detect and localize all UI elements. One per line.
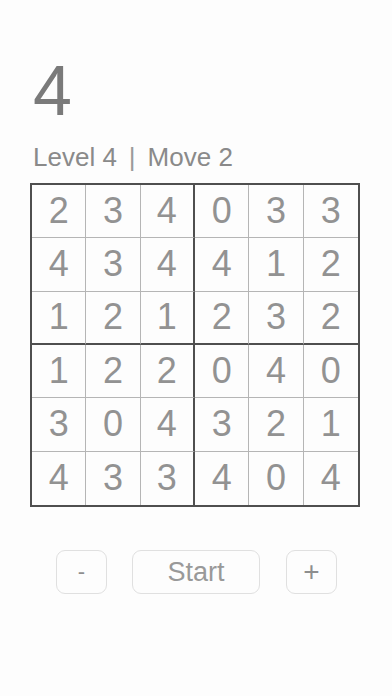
- grid-cell[interactable]: 4: [195, 238, 249, 291]
- grid-cell[interactable]: 3: [86, 185, 140, 238]
- grid-cell[interactable]: 4: [141, 185, 195, 238]
- grid-cell[interactable]: 0: [249, 452, 303, 505]
- grid-cell[interactable]: 3: [86, 238, 140, 291]
- grid-cell[interactable]: 4: [141, 238, 195, 291]
- grid-cell[interactable]: 3: [32, 398, 86, 451]
- grid-cell[interactable]: 2: [86, 292, 140, 345]
- grid-cell[interactable]: 0: [304, 345, 358, 398]
- grid-cell[interactable]: 4: [195, 452, 249, 505]
- grid-cell[interactable]: 0: [195, 185, 249, 238]
- grid-cell[interactable]: 4: [141, 398, 195, 451]
- grid-cell[interactable]: 2: [32, 185, 86, 238]
- grid-cell[interactable]: 2: [195, 292, 249, 345]
- grid-cell[interactable]: 2: [141, 345, 195, 398]
- grid-cell[interactable]: 3: [195, 398, 249, 451]
- status-line: Level 4|Move 2: [33, 143, 233, 172]
- grid-cell[interactable]: 0: [195, 345, 249, 398]
- grid-cell[interactable]: 0: [86, 398, 140, 451]
- grid-cell[interactable]: 4: [32, 238, 86, 291]
- move-label: Move 2: [148, 142, 233, 172]
- grid-cell[interactable]: 3: [86, 452, 140, 505]
- grid-cell[interactable]: 3: [141, 452, 195, 505]
- grid-cell[interactable]: 4: [32, 452, 86, 505]
- grid-cell[interactable]: 1: [304, 398, 358, 451]
- grid-cell[interactable]: 1: [32, 292, 86, 345]
- grid-cell[interactable]: 3: [249, 185, 303, 238]
- level-number-display: 4: [33, 56, 73, 126]
- plus-button[interactable]: +: [286, 550, 337, 594]
- grid-cell[interactable]: 1: [32, 345, 86, 398]
- grid-cell[interactable]: 3: [249, 292, 303, 345]
- grid-cell[interactable]: 2: [304, 238, 358, 291]
- puzzle-grid[interactable]: 2 3 4 0 3 3 4 3 4 4 1 2 1 2 1 2 3 2 1 2 …: [30, 183, 360, 507]
- grid-cell[interactable]: 4: [304, 452, 358, 505]
- status-separator: |: [117, 142, 148, 172]
- minus-button[interactable]: -: [56, 550, 107, 594]
- grid-cell[interactable]: 1: [249, 238, 303, 291]
- start-button[interactable]: Start: [132, 550, 260, 594]
- grid-cell[interactable]: 3: [304, 185, 358, 238]
- grid-cell[interactable]: 4: [249, 345, 303, 398]
- grid-cell[interactable]: 2: [249, 398, 303, 451]
- grid-cell[interactable]: 2: [304, 292, 358, 345]
- grid-cell[interactable]: 2: [86, 345, 140, 398]
- grid-cell[interactable]: 1: [141, 292, 195, 345]
- level-label: Level 4: [33, 142, 117, 172]
